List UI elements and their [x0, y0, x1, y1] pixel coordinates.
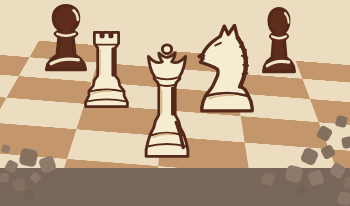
white-rook[interactable]	[79, 28, 134, 111]
chess-illustration[interactable]	[0, 0, 350, 206]
debris-chip	[336, 190, 350, 206]
white-queen[interactable]	[138, 42, 196, 163]
white-knight[interactable]	[193, 17, 261, 114]
debris-chip	[341, 136, 350, 149]
board-square	[0, 123, 76, 159]
debris-chip	[343, 176, 350, 190]
black-pawn-right[interactable]	[254, 5, 304, 74]
debris-chip	[0, 172, 10, 182]
